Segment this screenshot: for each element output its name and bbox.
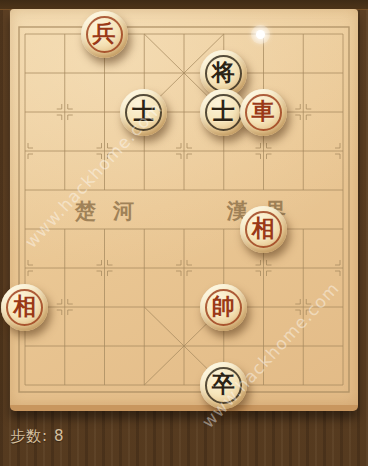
piece-glyph: 兵: [93, 22, 116, 45]
piece-black-soldier[interactable]: 卒: [200, 362, 247, 409]
piece-black-advisor[interactable]: 士: [120, 89, 167, 136]
piece-red-elephant[interactable]: 相: [1, 284, 48, 331]
board-grid: [0, 0, 368, 466]
piece-glyph: 将: [212, 61, 235, 84]
piece-glyph: 帥: [212, 295, 235, 318]
piece-glyph: 相: [252, 217, 275, 240]
piece-red-general[interactable]: 帥: [200, 284, 247, 331]
piece-red-soldier[interactable]: 兵: [81, 11, 128, 58]
move-counter-label: 步数:: [10, 427, 48, 446]
piece-red-elephant[interactable]: 相: [240, 206, 287, 253]
piece-glyph: 相: [13, 295, 36, 318]
piece-glyph: 士: [212, 100, 235, 123]
river-label-left: 楚河: [75, 197, 151, 225]
piece-glyph: 士: [132, 100, 155, 123]
piece-glyph: 車: [252, 100, 275, 123]
piece-glyph: 卒: [212, 373, 235, 396]
move-counter: 步数: 8: [10, 427, 65, 446]
move-counter-value: 8: [54, 427, 65, 446]
game-screen: 楚河 漢界 兵将士士車相相帥卒 步数: 8 www.hackhome.com w…: [0, 0, 368, 466]
hint-dot: [256, 30, 265, 39]
piece-red-chariot[interactable]: 車: [240, 89, 287, 136]
